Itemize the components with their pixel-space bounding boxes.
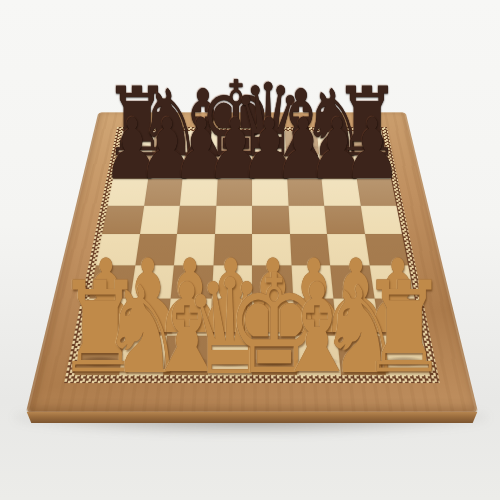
pieces-layer: ♜♞♝♚♛♝♞♜♟♟♟♟♟♟♟♟♟♟♟♟♟♟♟♟♜♞♝♛♚♝♞♜ bbox=[0, 0, 500, 500]
photo-background: ♜♞♝♚♛♝♞♜♟♟♟♟♟♟♟♟♟♟♟♟♟♟♟♟♜♞♝♛♚♝♞♜ bbox=[0, 0, 500, 500]
white-rook-h1: ♜ bbox=[360, 266, 448, 391]
black-pawn-h7: ♟ bbox=[342, 108, 401, 192]
